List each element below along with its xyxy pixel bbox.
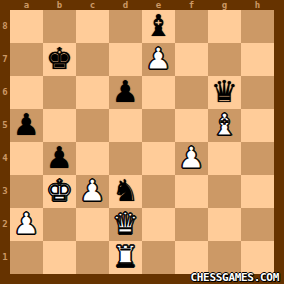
rank-label-7: 7 bbox=[0, 43, 10, 76]
piece-black-bishop-e8: ♝ bbox=[145, 9, 172, 42]
square-b1 bbox=[43, 241, 76, 274]
piece-black-king-b7: ♚ bbox=[46, 42, 73, 75]
square-c6 bbox=[76, 76, 109, 109]
square-a6 bbox=[10, 76, 43, 109]
square-h7 bbox=[241, 43, 274, 76]
square-d7 bbox=[109, 43, 142, 76]
square-g2 bbox=[208, 208, 241, 241]
square-b5 bbox=[43, 109, 76, 142]
file-labels: abcdefgh bbox=[10, 0, 274, 10]
chess-board: ♝♚♟♟♛♟♝♟♟♚♟♞♟♛♜ bbox=[10, 10, 274, 274]
square-b3: ♚ bbox=[43, 175, 76, 208]
piece-black-queen-g6: ♛ bbox=[211, 75, 238, 108]
file-label-d: d bbox=[109, 0, 142, 10]
square-b2 bbox=[43, 208, 76, 241]
square-e5 bbox=[142, 109, 175, 142]
rank-label-5: 5 bbox=[0, 109, 10, 142]
square-c8 bbox=[76, 10, 109, 43]
square-g1 bbox=[208, 241, 241, 274]
square-g8 bbox=[208, 10, 241, 43]
square-h8 bbox=[241, 10, 274, 43]
square-a8 bbox=[10, 10, 43, 43]
square-d3: ♞ bbox=[109, 175, 142, 208]
square-e1 bbox=[142, 241, 175, 274]
square-g6: ♛ bbox=[208, 76, 241, 109]
square-a3 bbox=[10, 175, 43, 208]
square-d8 bbox=[109, 10, 142, 43]
piece-white-rook-d1: ♜ bbox=[112, 240, 139, 273]
square-d1: ♜ bbox=[109, 241, 142, 274]
square-h3 bbox=[241, 175, 274, 208]
square-a2: ♟ bbox=[10, 208, 43, 241]
square-f8 bbox=[175, 10, 208, 43]
square-f3 bbox=[175, 175, 208, 208]
square-e4 bbox=[142, 142, 175, 175]
file-label-a: a bbox=[10, 0, 43, 10]
rank-label-6: 6 bbox=[0, 76, 10, 109]
chess-diagram: abcdefgh 87654321 ♝♚♟♟♛♟♝♟♟♚♟♞♟♛♜ CHESSG… bbox=[0, 0, 284, 284]
square-b7: ♚ bbox=[43, 43, 76, 76]
piece-white-pawn-f4: ♟ bbox=[178, 141, 205, 174]
square-c5 bbox=[76, 109, 109, 142]
square-c7 bbox=[76, 43, 109, 76]
square-h5 bbox=[241, 109, 274, 142]
square-b4: ♟ bbox=[43, 142, 76, 175]
square-h6 bbox=[241, 76, 274, 109]
square-b6 bbox=[43, 76, 76, 109]
chessgames-watermark: CHESSGAMES.COM bbox=[190, 271, 279, 284]
piece-black-pawn-b4: ♟ bbox=[46, 141, 73, 174]
piece-black-knight-d3: ♞ bbox=[112, 174, 139, 207]
square-a1 bbox=[10, 241, 43, 274]
piece-white-pawn-c3: ♟ bbox=[79, 174, 106, 207]
square-f5 bbox=[175, 109, 208, 142]
square-d2: ♛ bbox=[109, 208, 142, 241]
piece-black-pawn-a5: ♟ bbox=[13, 108, 40, 141]
piece-white-pawn-a2: ♟ bbox=[13, 207, 40, 240]
rank-label-3: 3 bbox=[0, 175, 10, 208]
square-e6 bbox=[142, 76, 175, 109]
square-c4 bbox=[76, 142, 109, 175]
file-label-c: c bbox=[76, 0, 109, 10]
square-f4: ♟ bbox=[175, 142, 208, 175]
square-b8 bbox=[43, 10, 76, 43]
rank-label-1: 1 bbox=[0, 241, 10, 274]
square-a4 bbox=[10, 142, 43, 175]
square-f7 bbox=[175, 43, 208, 76]
square-a5: ♟ bbox=[10, 109, 43, 142]
square-f1 bbox=[175, 241, 208, 274]
file-label-f: f bbox=[175, 0, 208, 10]
square-f2 bbox=[175, 208, 208, 241]
square-e2 bbox=[142, 208, 175, 241]
square-d4 bbox=[109, 142, 142, 175]
square-e3 bbox=[142, 175, 175, 208]
square-d5 bbox=[109, 109, 142, 142]
rank-label-4: 4 bbox=[0, 142, 10, 175]
square-c3: ♟ bbox=[76, 175, 109, 208]
piece-black-pawn-d6: ♟ bbox=[112, 75, 139, 108]
square-g5: ♝ bbox=[208, 109, 241, 142]
square-e8: ♝ bbox=[142, 10, 175, 43]
rank-label-2: 2 bbox=[0, 208, 10, 241]
piece-white-king-b3: ♚ bbox=[46, 174, 73, 207]
square-c2 bbox=[76, 208, 109, 241]
file-label-g: g bbox=[208, 0, 241, 10]
square-h4 bbox=[241, 142, 274, 175]
square-e7: ♟ bbox=[142, 43, 175, 76]
rank-label-8: 8 bbox=[0, 10, 10, 43]
square-g7 bbox=[208, 43, 241, 76]
square-g4 bbox=[208, 142, 241, 175]
piece-white-pawn-e7: ♟ bbox=[145, 42, 172, 75]
square-a7 bbox=[10, 43, 43, 76]
square-f6 bbox=[175, 76, 208, 109]
square-g3 bbox=[208, 175, 241, 208]
file-label-b: b bbox=[43, 0, 76, 10]
piece-white-bishop-g5: ♝ bbox=[211, 108, 238, 141]
rank-labels: 87654321 bbox=[0, 10, 10, 274]
file-label-h: h bbox=[241, 0, 274, 10]
square-h1 bbox=[241, 241, 274, 274]
square-c1 bbox=[76, 241, 109, 274]
piece-white-queen-d2: ♛ bbox=[112, 207, 139, 240]
square-d6: ♟ bbox=[109, 76, 142, 109]
square-h2 bbox=[241, 208, 274, 241]
